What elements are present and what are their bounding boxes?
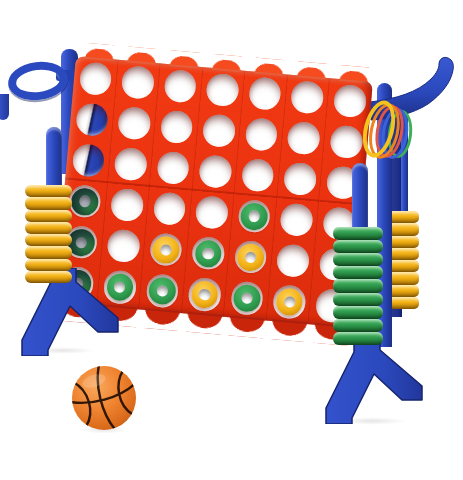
board-cell-r6c4[interactable] (182, 272, 228, 317)
board-hole (121, 65, 155, 100)
green-stacked-disc[interactable] (333, 240, 383, 253)
board-cell-r2c1[interactable] (69, 97, 115, 142)
green-stacked-disc[interactable] (333, 227, 383, 240)
green-disc[interactable] (240, 202, 269, 231)
yellow-stacked-disc[interactable] (388, 272, 419, 284)
board-cell-r1c4[interactable] (200, 67, 246, 112)
board-hole (241, 158, 275, 193)
board-hole (329, 124, 363, 159)
board-cell-r1c5[interactable] (242, 71, 288, 116)
board-cell-r3c2[interactable] (108, 142, 154, 187)
board-cell-r2c5[interactable] (238, 112, 284, 157)
board-cell-r4c4[interactable] (189, 190, 235, 235)
board-hole (152, 191, 186, 226)
board-cell-r2c3[interactable] (154, 104, 200, 149)
yellow-stacked-disc[interactable] (388, 236, 419, 248)
board-hole (333, 83, 367, 118)
board-cell-r3c5[interactable] (235, 153, 281, 198)
board-cell-r2c2[interactable] (111, 101, 157, 146)
board-hole (188, 277, 222, 312)
board-cell-r3c6[interactable] (277, 157, 323, 202)
yellow-stacked-disc[interactable] (25, 259, 72, 271)
board-cell-r3c4[interactable] (192, 149, 238, 194)
board-hole (163, 68, 197, 103)
yellow-disc[interactable] (190, 280, 219, 309)
yellow-stacked-disc[interactable] (25, 197, 72, 209)
left-peg (46, 127, 62, 193)
board-hole (198, 154, 232, 189)
right-rear-yellow-disc-stack[interactable] (388, 211, 419, 309)
yellow-stacked-disc[interactable] (25, 222, 72, 234)
board-hole (248, 76, 282, 111)
board-cell-r4c3[interactable] (146, 186, 192, 231)
board-hole (75, 102, 109, 137)
board-hole (290, 80, 324, 115)
green-disc[interactable] (70, 187, 99, 216)
board-hole (145, 273, 179, 308)
yellow-disc[interactable] (151, 235, 180, 264)
board-cell-r5c3[interactable] (143, 227, 189, 272)
board-cell-r5c4[interactable] (185, 231, 231, 276)
board-hole (272, 285, 306, 320)
board-cell-r6c5[interactable] (224, 276, 270, 321)
board-hole (106, 229, 140, 264)
board-cell-r1c6[interactable] (284, 75, 330, 120)
product-photo-connect-four-set (0, 0, 463, 480)
board-cell-r1c3[interactable] (157, 63, 203, 108)
left-yellow-disc-stack[interactable] (25, 185, 72, 283)
board-hole (287, 121, 321, 156)
green-stacked-disc[interactable] (333, 332, 383, 345)
board-cell-r1c2[interactable] (115, 60, 161, 105)
board-hole (149, 232, 183, 267)
yellow-stacked-disc[interactable] (25, 185, 72, 197)
board-hole (195, 195, 229, 230)
board-cell-r3c3[interactable] (150, 145, 196, 190)
board-hole (280, 203, 314, 238)
green-disc-stack[interactable] (333, 227, 383, 345)
board-hole (68, 184, 102, 219)
board-hole (160, 109, 194, 144)
board-cell-r1c1[interactable] (72, 56, 118, 101)
green-disc[interactable] (148, 276, 177, 305)
board-cell-r5c5[interactable] (228, 235, 274, 280)
green-stacked-disc[interactable] (333, 253, 383, 266)
board-hole (237, 199, 271, 234)
hoop-edge-piece (0, 94, 9, 120)
green-disc[interactable] (194, 239, 223, 268)
ring-toss-rings[interactable] (364, 98, 420, 172)
board-hole (117, 106, 151, 141)
board-cell-r2c4[interactable] (196, 108, 242, 153)
green-stacked-disc[interactable] (333, 266, 383, 279)
green-stacked-disc[interactable] (333, 279, 383, 292)
board-hole (202, 113, 236, 148)
board-hole (234, 240, 268, 275)
board-hole (206, 72, 240, 107)
board-hole (276, 244, 310, 279)
yellow-stacked-disc[interactable] (388, 211, 419, 223)
green-stacked-disc[interactable] (333, 306, 383, 319)
green-disc[interactable] (233, 284, 262, 313)
board-hole (78, 61, 112, 96)
right-front-peg (352, 163, 368, 235)
board-hole (71, 143, 105, 178)
board-hole (191, 236, 225, 271)
yellow-stacked-disc[interactable] (388, 223, 419, 235)
yellow-stacked-disc[interactable] (388, 297, 419, 309)
board-cell-r5c2[interactable] (100, 224, 146, 269)
green-stacked-disc[interactable] (333, 293, 383, 306)
board-hole (244, 117, 278, 152)
yellow-disc[interactable] (275, 287, 304, 316)
yellow-stacked-disc[interactable] (25, 234, 72, 246)
green-stacked-disc[interactable] (333, 319, 383, 332)
yellow-stacked-disc[interactable] (388, 285, 419, 297)
yellow-disc[interactable] (236, 243, 265, 272)
board-cell-r4c6[interactable] (274, 198, 320, 243)
right-leg (316, 336, 426, 424)
basketball[interactable] (70, 364, 138, 432)
board-hole (114, 147, 148, 182)
board-cell-r3c1[interactable] (65, 138, 111, 183)
board-cell-r2c6[interactable] (281, 116, 327, 161)
board-cell-r4c5[interactable] (231, 194, 277, 239)
board-cell-r6c6[interactable] (267, 280, 313, 325)
board-cell-r6c3[interactable] (139, 268, 185, 313)
yellow-stacked-disc[interactable] (25, 271, 72, 283)
board-cell-r4c2[interactable] (104, 183, 150, 228)
board-hole (230, 281, 264, 316)
board-hole (156, 150, 190, 185)
yellow-stacked-disc[interactable] (25, 246, 72, 258)
yellow-stacked-disc[interactable] (388, 248, 419, 260)
board-hole (110, 188, 144, 223)
board-hole (283, 162, 317, 197)
yellow-stacked-disc[interactable] (388, 260, 419, 272)
board-cell-r5c6[interactable] (270, 239, 316, 284)
yellow-stacked-disc[interactable] (25, 210, 72, 222)
